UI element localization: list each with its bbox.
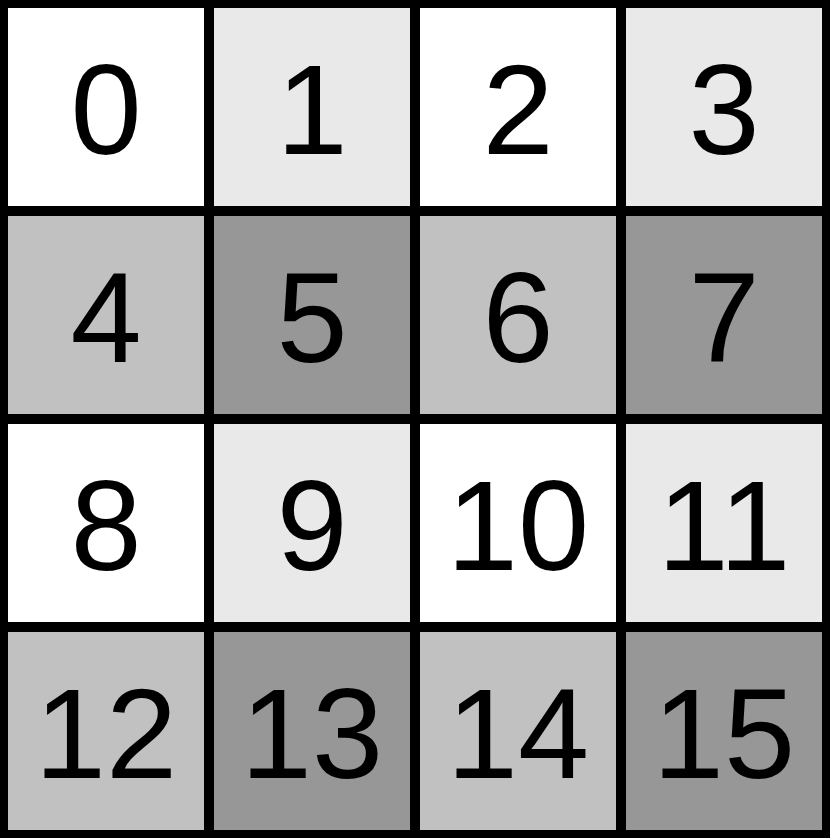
grid-cell[interactable]: 14 (420, 632, 616, 830)
grid-cell[interactable]: 11 (626, 424, 822, 622)
grid-cell[interactable]: 0 (8, 8, 204, 206)
grid-cell[interactable]: 10 (420, 424, 616, 622)
grid-cell[interactable]: 4 (8, 216, 204, 414)
grid-cell[interactable]: 1 (214, 8, 410, 206)
grid-cell[interactable]: 5 (214, 216, 410, 414)
grid-cell[interactable]: 6 (420, 216, 616, 414)
grid-cell[interactable]: 2 (420, 8, 616, 206)
grid-cell[interactable]: 8 (8, 424, 204, 622)
puzzle-board: 0 1 2 3 4 5 6 7 8 9 10 11 12 13 14 15 (0, 0, 830, 838)
grid-cell[interactable]: 12 (8, 632, 204, 830)
grid-cell[interactable]: 15 (626, 632, 822, 830)
grid-cell[interactable]: 3 (626, 8, 822, 206)
grid-cell[interactable]: 13 (214, 632, 410, 830)
grid-cell[interactable]: 7 (626, 216, 822, 414)
grid-cell[interactable]: 9 (214, 424, 410, 622)
